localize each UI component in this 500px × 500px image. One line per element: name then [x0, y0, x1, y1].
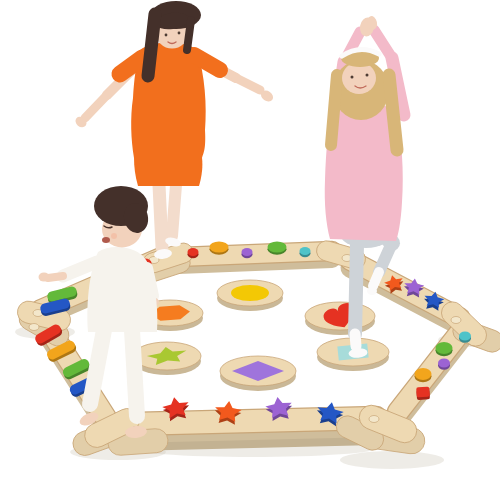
square-red-23-top [416, 387, 430, 398]
knob-purple-2 [242, 248, 253, 258]
orange-girl-hair-strand [187, 20, 191, 50]
disc-red-heart [305, 301, 375, 335]
disc-lime-star [133, 342, 201, 375]
disc-yellow-circle [217, 280, 283, 311]
pink-girl-hair-right [389, 75, 397, 150]
knob-teal-19-top [459, 332, 471, 341]
knob-purple-21 [438, 359, 450, 370]
toddler-left-hand [39, 273, 50, 282]
knob-green-20-top [436, 342, 453, 354]
knob-amber-1 [210, 242, 229, 255]
knob-green-20 [436, 342, 453, 356]
pink-girl-right-eye [366, 74, 369, 77]
balance-beam-scene [0, 0, 500, 500]
knob-teal-4-top [300, 247, 311, 255]
square-red-23 [416, 387, 430, 400]
toddler-cheek [111, 233, 117, 239]
orange-girl-back-leg [172, 185, 176, 236]
knob-purple-21-top [438, 359, 450, 368]
product-photo [0, 0, 500, 500]
knob-red-0 [188, 248, 199, 258]
pink-girl-standing-leg [355, 245, 357, 334]
knob-amber-1-top [210, 242, 229, 253]
knob-purple-2-top [242, 248, 253, 256]
orange-girl-left-eye [165, 34, 168, 37]
disc-yellow-circle-shape [231, 285, 269, 301]
orange-girl-front-leg [159, 185, 162, 247]
disc-purple-diamond [220, 356, 296, 391]
left-joint-hole-1 [29, 324, 39, 331]
orange-girl-ponytail [148, 14, 155, 76]
toddler-front-leg [132, 330, 137, 416]
pink-girl-ankle-sock [355, 334, 356, 346]
orange-girl-shorts [134, 158, 202, 186]
right-joint-hole-0 [451, 317, 461, 324]
knob-green-3-top [268, 242, 287, 253]
orange-girl-right-eye [178, 32, 181, 35]
toddler-smiling-mouth [102, 237, 110, 243]
pink-girl-tucked-sock [373, 272, 379, 286]
knob-amber-22 [415, 368, 432, 382]
bottom-right-joint-hole-0 [369, 416, 379, 423]
knob-red-0-top [188, 248, 199, 256]
knob-teal-4 [300, 247, 311, 257]
floor-shadow-1 [340, 451, 444, 469]
pink-girl-hair-left [331, 75, 337, 145]
toddler-left-forearm [48, 276, 63, 278]
knob-amber-22-top [415, 368, 432, 380]
knob-teal-19 [459, 332, 471, 343]
knob-green-3 [268, 242, 287, 255]
pink-girl-tucked-toes [367, 287, 377, 295]
pink-girl-left-eye [351, 76, 354, 79]
